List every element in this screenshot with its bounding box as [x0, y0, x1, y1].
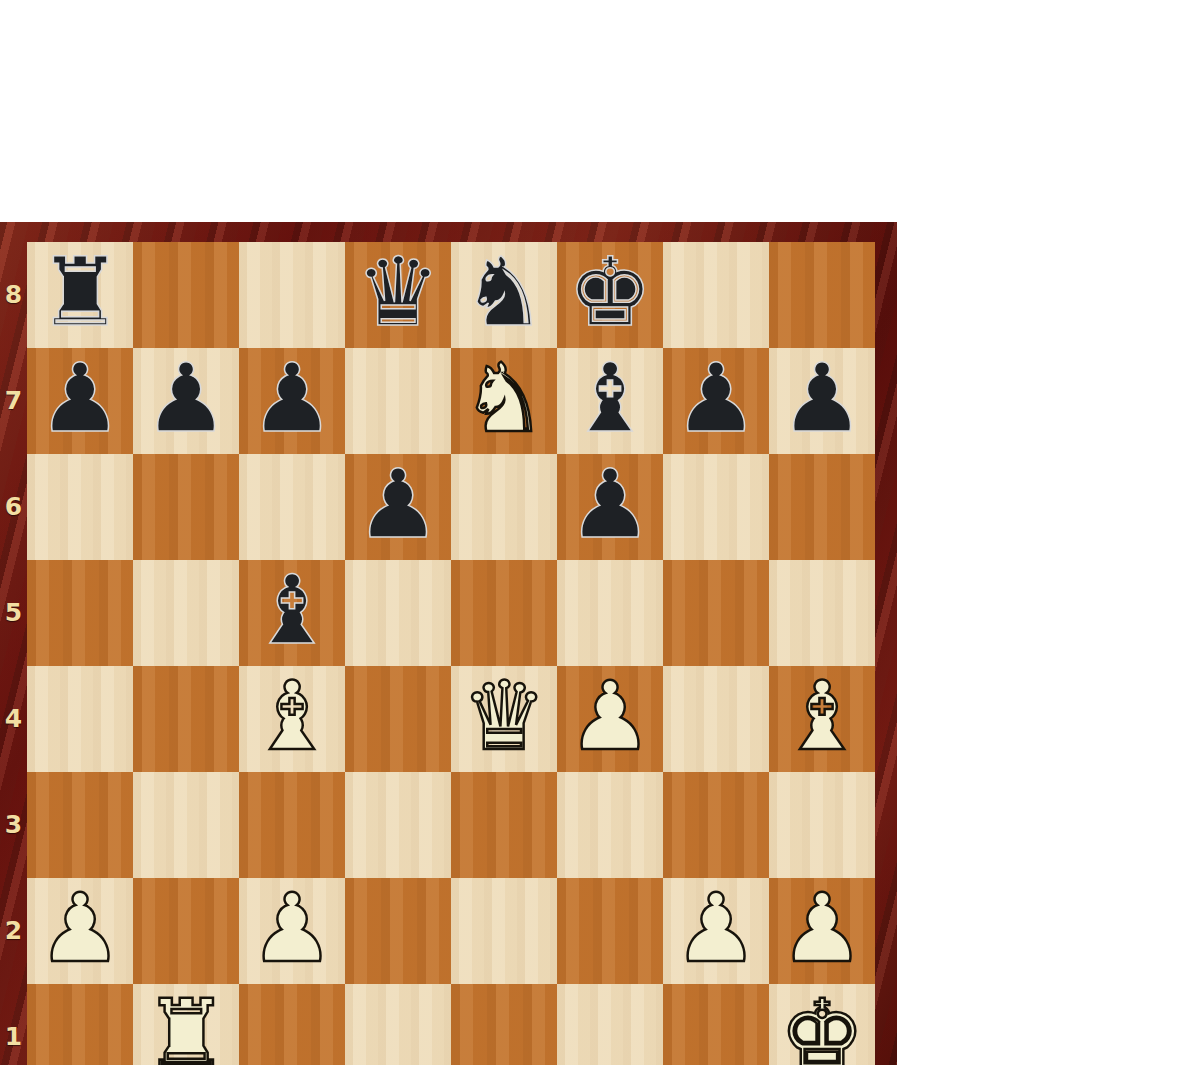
square-a7[interactable]: ♟ [27, 348, 133, 454]
square-h2[interactable]: ♟ [769, 878, 875, 984]
square-h4[interactable]: ♝ [769, 666, 875, 772]
piece-black-king-f8[interactable]: ♚ [567, 239, 652, 345]
square-d1[interactable] [345, 984, 451, 1065]
piece-white-pawn-a2[interactable]: ♟ [37, 875, 122, 981]
square-g8[interactable] [663, 242, 769, 348]
chess-board-frame: 87654321 ♜♛♞♚♟♟♟♞♝♟♟♟♟♝♝♛♟♝♟♟♟♟♜♚ [0, 222, 897, 1065]
square-b3[interactable] [133, 772, 239, 878]
square-a4[interactable] [27, 666, 133, 772]
rank-label-8: 8 [0, 242, 27, 348]
piece-white-knight-e7[interactable]: ♞ [461, 345, 546, 451]
square-e1[interactable] [451, 984, 557, 1065]
piece-black-pawn-f6[interactable]: ♟ [567, 451, 652, 557]
square-e5[interactable] [451, 560, 557, 666]
piece-white-rook-b1[interactable]: ♜ [143, 981, 228, 1065]
square-f7[interactable]: ♝ [557, 348, 663, 454]
piece-white-bishop-h4[interactable]: ♝ [779, 663, 864, 769]
rank-label-4: 4 [0, 666, 27, 772]
square-h6[interactable] [769, 454, 875, 560]
rank-label-1: 1 [0, 984, 27, 1065]
square-a5[interactable] [27, 560, 133, 666]
square-f6[interactable]: ♟ [557, 454, 663, 560]
piece-white-bishop-c4[interactable]: ♝ [249, 663, 334, 769]
rank-label-6: 6 [0, 454, 27, 560]
piece-black-pawn-d6[interactable]: ♟ [355, 451, 440, 557]
square-e6[interactable] [451, 454, 557, 560]
square-a2[interactable]: ♟ [27, 878, 133, 984]
square-g6[interactable] [663, 454, 769, 560]
square-a8[interactable]: ♜ [27, 242, 133, 348]
square-b5[interactable] [133, 560, 239, 666]
page-canvas: 87654321 ♜♛♞♚♟♟♟♞♝♟♟♟♟♝♝♛♟♝♟♟♟♟♜♚ [0, 0, 1200, 1065]
square-e8[interactable]: ♞ [451, 242, 557, 348]
piece-white-pawn-g2[interactable]: ♟ [673, 875, 758, 981]
square-e7[interactable]: ♞ [451, 348, 557, 454]
square-b6[interactable] [133, 454, 239, 560]
piece-black-bishop-f7[interactable]: ♝ [567, 345, 652, 451]
piece-black-pawn-g7[interactable]: ♟ [673, 345, 758, 451]
square-d3[interactable] [345, 772, 451, 878]
piece-black-bishop-c5[interactable]: ♝ [249, 557, 334, 663]
piece-black-pawn-h7[interactable]: ♟ [779, 345, 864, 451]
square-f3[interactable] [557, 772, 663, 878]
square-g5[interactable] [663, 560, 769, 666]
square-e2[interactable] [451, 878, 557, 984]
square-g4[interactable] [663, 666, 769, 772]
rank-label-5: 5 [0, 560, 27, 666]
square-f1[interactable] [557, 984, 663, 1065]
piece-black-knight-e8[interactable]: ♞ [461, 239, 546, 345]
square-f5[interactable] [557, 560, 663, 666]
square-c3[interactable] [239, 772, 345, 878]
piece-black-rook-a8[interactable]: ♜ [37, 239, 122, 345]
square-c7[interactable]: ♟ [239, 348, 345, 454]
square-b7[interactable]: ♟ [133, 348, 239, 454]
square-g3[interactable] [663, 772, 769, 878]
square-c6[interactable] [239, 454, 345, 560]
piece-white-pawn-h2[interactable]: ♟ [779, 875, 864, 981]
piece-black-pawn-b7[interactable]: ♟ [143, 345, 228, 451]
rank-label-2: 2 [0, 878, 27, 984]
square-a3[interactable] [27, 772, 133, 878]
square-d5[interactable] [345, 560, 451, 666]
square-c2[interactable]: ♟ [239, 878, 345, 984]
square-d4[interactable] [345, 666, 451, 772]
piece-white-pawn-f4[interactable]: ♟ [567, 663, 652, 769]
square-h1[interactable]: ♚ [769, 984, 875, 1065]
square-h3[interactable] [769, 772, 875, 878]
square-c1[interactable] [239, 984, 345, 1065]
square-e4[interactable]: ♛ [451, 666, 557, 772]
square-g2[interactable]: ♟ [663, 878, 769, 984]
square-h7[interactable]: ♟ [769, 348, 875, 454]
square-g1[interactable] [663, 984, 769, 1065]
square-d7[interactable] [345, 348, 451, 454]
square-h8[interactable] [769, 242, 875, 348]
square-f2[interactable] [557, 878, 663, 984]
rank-label-7: 7 [0, 348, 27, 454]
square-e3[interactable] [451, 772, 557, 878]
square-h5[interactable] [769, 560, 875, 666]
square-c4[interactable]: ♝ [239, 666, 345, 772]
square-f8[interactable]: ♚ [557, 242, 663, 348]
square-c5[interactable]: ♝ [239, 560, 345, 666]
square-d6[interactable]: ♟ [345, 454, 451, 560]
chess-board: ♜♛♞♚♟♟♟♞♝♟♟♟♟♝♝♛♟♝♟♟♟♟♜♚ [27, 242, 875, 1065]
piece-black-pawn-a7[interactable]: ♟ [37, 345, 122, 451]
piece-white-queen-e4[interactable]: ♛ [461, 663, 546, 769]
square-b2[interactable] [133, 878, 239, 984]
square-a1[interactable] [27, 984, 133, 1065]
piece-white-pawn-c2[interactable]: ♟ [249, 875, 334, 981]
square-a6[interactable] [27, 454, 133, 560]
rank-label-column: 87654321 [0, 242, 27, 1065]
square-c8[interactable] [239, 242, 345, 348]
piece-black-pawn-c7[interactable]: ♟ [249, 345, 334, 451]
square-d2[interactable] [345, 878, 451, 984]
square-b4[interactable] [133, 666, 239, 772]
piece-white-king-h1[interactable]: ♚ [779, 981, 864, 1065]
square-f4[interactable]: ♟ [557, 666, 663, 772]
square-b1[interactable]: ♜ [133, 984, 239, 1065]
rank-label-3: 3 [0, 772, 27, 878]
square-g7[interactable]: ♟ [663, 348, 769, 454]
square-b8[interactable] [133, 242, 239, 348]
piece-black-queen-d8[interactable]: ♛ [355, 239, 440, 345]
square-d8[interactable]: ♛ [345, 242, 451, 348]
